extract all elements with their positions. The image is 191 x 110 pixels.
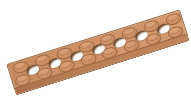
lego-plate [6, 9, 189, 95]
photo-background [0, 0, 191, 110]
